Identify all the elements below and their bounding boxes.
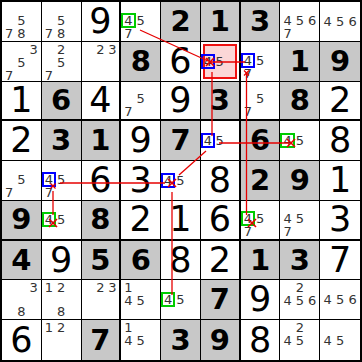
given-value: 7 — [210, 285, 230, 314]
pencil-marks: 45 — [43, 202, 80, 238]
candidate-5[interactable]: 5 — [15, 173, 27, 186]
solved-value: 2 — [329, 83, 351, 118]
candidate-6[interactable]: 6 — [306, 14, 318, 27]
candidate-2[interactable]: 2 — [94, 43, 106, 56]
candidate-7[interactable]: 7 — [122, 27, 134, 40]
cell-r3c1[interactable]: 1 — [2, 82, 42, 122]
cell-r8c3[interactable]: 23 — [82, 280, 122, 320]
candidate-5[interactable]: 5 — [55, 213, 67, 226]
candidate-4[interactable]: 4 — [122, 334, 134, 347]
candidate-6[interactable]: 6 — [346, 293, 359, 306]
candidate-3[interactable]: 3 — [28, 281, 40, 294]
cell-r4c8[interactable]: 45 — [280, 121, 320, 161]
solved-value: 3 — [130, 163, 152, 198]
given-value: 6 — [51, 86, 71, 115]
candidate-4[interactable]: 4 — [281, 334, 293, 347]
pencil-marks: 457 — [242, 202, 279, 238]
pencil-marks: 12 — [43, 321, 80, 359]
candidate-5[interactable]: 5 — [334, 293, 347, 306]
given-value: 9 — [330, 47, 350, 76]
solved-value: 6 — [209, 202, 231, 237]
candidate-7[interactable]: 7 — [3, 186, 15, 199]
candidate-2[interactable]: 2 — [55, 321, 67, 334]
candidate-4[interactable]: 4 — [43, 213, 55, 226]
cell-r2c5[interactable]: 6 — [161, 42, 201, 82]
candidate-7[interactable]: 7 — [242, 105, 254, 118]
cell-r8c5[interactable]: 45 — [161, 280, 201, 320]
given-value: 1 — [250, 246, 270, 275]
given-value: 8 — [290, 86, 310, 115]
cell-r3c4[interactable]: 57 — [121, 82, 161, 122]
cell-r7c2[interactable]: 9 — [42, 241, 82, 281]
candidate-2[interactable]: 2 — [55, 43, 67, 56]
cell-r5c8[interactable]: 9 — [280, 161, 320, 201]
cell-r7c7[interactable]: 1 — [241, 241, 281, 281]
candidate-6[interactable]: 6 — [306, 294, 318, 307]
solved-value: 8 — [169, 243, 191, 278]
candidate-7[interactable]: 7 — [43, 27, 55, 40]
solved-value: 6 — [89, 163, 111, 198]
cell-r5c3[interactable]: 6 — [82, 161, 122, 201]
cell-r5c7[interactable]: 2 — [241, 161, 281, 201]
cell-r3c2[interactable]: 6 — [42, 82, 82, 122]
candidate-8[interactable]: 8 — [15, 27, 27, 40]
candidate-4[interactable]: 4 — [242, 54, 254, 67]
solved-value: 9 — [130, 123, 152, 158]
cell-r9c2[interactable]: 12 — [42, 320, 82, 360]
candidate-5[interactable]: 5 — [55, 14, 67, 27]
cell-r2c2[interactable]: 257 — [42, 42, 82, 82]
cell-r5c1[interactable]: 57 — [2, 161, 42, 201]
candidate-4[interactable]: 4 — [202, 55, 214, 68]
pencil-marks: 357 — [3, 43, 40, 80]
cell-r9c5[interactable]: 3 — [161, 320, 201, 360]
given-value: 2 — [250, 166, 270, 195]
given-value: 3 — [290, 246, 310, 275]
given-value: 7 — [90, 326, 110, 355]
cell-r9c8[interactable]: 245 — [280, 320, 320, 360]
candidate-4[interactable]: 4 — [281, 294, 293, 307]
candidate-4[interactable]: 4 — [43, 173, 55, 186]
cell-r1c3[interactable]: 9 — [82, 2, 122, 42]
cell-r2c1[interactable]: 357 — [2, 42, 42, 82]
pencil-marks: 45 — [202, 122, 238, 159]
candidate-5[interactable]: 5 — [294, 212, 306, 225]
candidate-4[interactable]: 4 — [202, 134, 214, 147]
cell-r9c9[interactable]: 45 — [320, 320, 360, 360]
candidate-7[interactable]: 7 — [3, 69, 15, 82]
candidate-5[interactable]: 5 — [294, 334, 306, 347]
candidate-4[interactable]: 4 — [321, 293, 334, 306]
cell-r6c1[interactable]: 9 — [2, 201, 42, 241]
given-value: 9 — [210, 326, 230, 355]
candidate-5[interactable]: 5 — [135, 92, 147, 105]
solved-value: 9 — [50, 243, 72, 278]
candidate-4[interactable]: 4 — [162, 174, 174, 187]
cell-r4c6[interactable]: 45 — [201, 121, 241, 161]
solved-value: 2 — [10, 123, 32, 158]
candidate-4[interactable]: 4 — [321, 334, 334, 347]
solved-value: 2 — [130, 202, 152, 237]
pencil-marks: 57 — [3, 162, 40, 199]
cell-r6c9[interactable]: 3 — [320, 201, 360, 241]
solved-value: 8 — [329, 123, 351, 158]
cell-r2c7[interactable]: 457 — [241, 42, 281, 82]
solved-value: 9 — [169, 83, 191, 118]
cell-r7c4[interactable]: 6 — [121, 241, 161, 281]
cell-r7c6[interactable]: 2 — [201, 241, 241, 281]
pencil-marks: 145 — [122, 321, 159, 359]
candidate-8[interactable]: 8 — [55, 305, 67, 318]
pencil-marks: 23 — [83, 281, 119, 318]
pencil-marks: 457 — [43, 162, 80, 199]
given-value: 6 — [131, 246, 151, 275]
cell-r1c6[interactable]: 1 — [201, 2, 241, 42]
given-value: 3 — [210, 86, 230, 115]
cell-r8c2[interactable]: 128 — [42, 280, 82, 320]
candidate-5[interactable]: 5 — [214, 55, 226, 68]
cell-r2c9[interactable]: 9 — [320, 42, 360, 82]
cell-r7c3[interactable]: 5 — [82, 241, 122, 281]
cell-r2c8[interactable]: 1 — [280, 42, 320, 82]
pencil-marks: 578 — [43, 3, 80, 40]
pencil-marks: 45 — [321, 321, 359, 359]
solved-value: 1 — [10, 83, 32, 118]
candidate-5[interactable]: 5 — [254, 212, 266, 225]
candidate-5[interactable]: 5 — [294, 294, 306, 307]
given-value: 8 — [131, 47, 151, 76]
cell-r3c8[interactable]: 8 — [280, 82, 320, 122]
pencil-marks: 45 — [162, 162, 199, 199]
solved-value: 2 — [209, 243, 231, 278]
solved-value: 4 — [89, 83, 111, 118]
candidate-2[interactable]: 2 — [55, 281, 67, 294]
cell-r8c8[interactable]: 2456 — [280, 280, 320, 320]
given-value: 1 — [290, 47, 310, 76]
candidate-7[interactable]: 7 — [281, 225, 293, 238]
candidate-4[interactable]: 4 — [122, 14, 134, 27]
given-value: 4 — [11, 246, 31, 275]
cell-r4c4[interactable]: 9 — [121, 121, 161, 161]
pencil-marks: 45 — [162, 281, 199, 318]
candidate-5[interactable]: 5 — [254, 92, 266, 105]
solved-value: 6 — [10, 323, 32, 358]
given-value: 6 — [250, 126, 270, 155]
candidate-4[interactable]: 4 — [281, 212, 293, 225]
candidate-4[interactable]: 4 — [242, 212, 254, 225]
candidate-5[interactable]: 5 — [55, 173, 67, 186]
cell-r6c2[interactable]: 45 — [42, 201, 82, 241]
given-value: 1 — [90, 126, 110, 155]
cell-r1c4[interactable]: 457 — [121, 2, 161, 42]
cell-r9c3[interactable]: 7 — [82, 320, 122, 360]
solved-value: 1 — [169, 202, 191, 237]
candidate-1[interactable]: 1 — [43, 321, 55, 334]
pencil-marks: 57 — [122, 83, 159, 119]
pencil-marks: 4567 — [281, 3, 318, 40]
candidate-5[interactable]: 5 — [135, 334, 147, 347]
pencil-marks: 457 — [242, 43, 279, 80]
candidate-5[interactable]: 5 — [174, 293, 186, 306]
cell-r6c6[interactable]: 6 — [201, 201, 241, 241]
cell-r5c9[interactable]: 1 — [320, 161, 360, 201]
candidate-5[interactable]: 5 — [214, 134, 226, 147]
solved-value: 7 — [329, 243, 351, 278]
candidate-4[interactable]: 4 — [281, 134, 293, 147]
cell-r8c9[interactable]: 456 — [320, 280, 360, 320]
candidate-5[interactable]: 5 — [135, 14, 147, 27]
pencil-marks: 23 — [83, 43, 119, 80]
given-value: 1 — [210, 7, 230, 36]
solved-value: 8 — [209, 163, 231, 198]
pencil-marks: 456 — [321, 3, 359, 40]
cell-r4c5[interactable]: 7 — [161, 121, 201, 161]
cell-r6c7[interactable]: 457 — [241, 201, 281, 241]
cell-r5c5[interactable]: 45 — [161, 161, 201, 201]
cell-r3c3[interactable]: 4 — [82, 82, 122, 122]
cell-r6c3[interactable]: 8 — [82, 201, 122, 241]
cell-r6c8[interactable]: 457 — [280, 201, 320, 241]
candidate-3[interactable]: 3 — [28, 43, 40, 56]
cell-r2c6[interactable]: 45 — [201, 42, 241, 82]
candidate-5[interactable]: 5 — [174, 174, 186, 187]
pencil-marks: 38 — [3, 281, 40, 318]
candidate-5[interactable]: 5 — [15, 56, 27, 69]
candidate-2[interactable]: 2 — [94, 281, 106, 294]
candidate-7[interactable]: 7 — [43, 69, 55, 82]
pencil-marks: 2456 — [281, 281, 318, 318]
candidate-5[interactable]: 5 — [15, 14, 27, 27]
candidate-4[interactable]: 4 — [321, 15, 334, 28]
cell-r1c5[interactable]: 2 — [161, 2, 201, 42]
candidate-7[interactable]: 7 — [43, 186, 55, 199]
candidate-4[interactable]: 4 — [122, 294, 134, 307]
cell-r6c4[interactable]: 2 — [121, 201, 161, 241]
cell-r7c8[interactable]: 3 — [280, 241, 320, 281]
cell-r1c1[interactable]: 578 — [2, 2, 42, 42]
pencil-marks: 456 — [321, 281, 359, 318]
cell-r8c1[interactable]: 38 — [2, 280, 42, 320]
cell-r4c9[interactable]: 8 — [320, 121, 360, 161]
cell-r7c5[interactable]: 8 — [161, 241, 201, 281]
sudoku-board: 5785789457213456745635725723864545719164… — [0, 0, 362, 362]
pencil-marks: 257 — [43, 43, 80, 80]
cell-r5c4[interactable]: 3 — [121, 161, 161, 201]
cell-r3c9[interactable]: 2 — [320, 82, 360, 122]
pencil-marks: 45 — [202, 43, 238, 80]
given-value: 3 — [250, 7, 270, 36]
cell-r9c7[interactable]: 8 — [241, 320, 281, 360]
solved-value: 9 — [249, 282, 271, 317]
candidate-7[interactable]: 7 — [281, 27, 293, 40]
cell-r4c1[interactable]: 2 — [2, 121, 42, 161]
pencil-marks: 57 — [242, 83, 279, 119]
candidate-7[interactable]: 7 — [242, 67, 254, 80]
solved-value: 9 — [89, 4, 111, 39]
solved-value: 8 — [249, 323, 271, 358]
pencil-marks: 578 — [3, 3, 40, 40]
candidate-4[interactable]: 4 — [162, 293, 174, 306]
pencil-marks: 128 — [43, 281, 80, 318]
cell-r8c4[interactable]: 145 — [121, 280, 161, 320]
candidate-5[interactable]: 5 — [55, 56, 67, 69]
cell-r9c1[interactable]: 6 — [2, 320, 42, 360]
candidate-6[interactable]: 6 — [346, 15, 359, 28]
given-value: 9 — [290, 166, 310, 195]
cell-r1c8[interactable]: 4567 — [280, 2, 320, 42]
candidate-5[interactable]: 5 — [294, 14, 306, 27]
cell-r3c7[interactable]: 57 — [241, 82, 281, 122]
given-value: 5 — [90, 246, 110, 275]
candidate-7[interactable]: 7 — [242, 225, 254, 238]
pencil-marks: 145 — [122, 281, 159, 318]
cell-r9c4[interactable]: 145 — [121, 320, 161, 360]
cell-r8c7[interactable]: 9 — [241, 280, 281, 320]
cell-r9c6[interactable]: 9 — [201, 320, 241, 360]
given-value: 9 — [11, 205, 31, 234]
cell-r5c2[interactable]: 457 — [42, 161, 82, 201]
cell-r1c7[interactable]: 3 — [241, 2, 281, 42]
pencil-marks: 457 — [281, 202, 318, 238]
cell-r2c3[interactable]: 23 — [82, 42, 122, 82]
candidate-4[interactable]: 4 — [281, 14, 293, 27]
candidate-5[interactable]: 5 — [254, 54, 266, 67]
candidate-7[interactable]: 7 — [3, 27, 15, 40]
cell-r8c6[interactable]: 7 — [201, 280, 241, 320]
cell-r1c9[interactable]: 456 — [320, 2, 360, 42]
candidate-3[interactable]: 3 — [106, 43, 118, 56]
given-value: 3 — [170, 326, 190, 355]
candidate-1[interactable]: 1 — [43, 281, 55, 294]
cell-r4c3[interactable]: 1 — [82, 121, 122, 161]
cell-r7c1[interactable]: 4 — [2, 241, 42, 281]
solved-value: 1 — [329, 163, 351, 198]
pencil-marks: 45 — [281, 122, 318, 159]
given-value: 7 — [170, 126, 190, 155]
candidate-5[interactable]: 5 — [334, 334, 347, 347]
given-value: 3 — [51, 126, 71, 155]
candidate-8[interactable]: 8 — [55, 27, 67, 40]
cell-r1c2[interactable]: 578 — [42, 2, 82, 42]
cell-r4c7[interactable]: 6 — [241, 121, 281, 161]
candidate-5[interactable]: 5 — [294, 134, 306, 147]
candidate-7[interactable]: 7 — [122, 105, 134, 118]
cell-r4c2[interactable]: 3 — [42, 121, 82, 161]
given-value: 8 — [90, 205, 110, 234]
cell-r2c4[interactable]: 8 — [121, 42, 161, 82]
cell-r3c5[interactable]: 9 — [161, 82, 201, 122]
pencil-marks: 457 — [122, 3, 159, 40]
candidate-3[interactable]: 3 — [106, 281, 118, 294]
candidate-5[interactable]: 5 — [135, 294, 147, 307]
cell-r7c9[interactable]: 7 — [320, 241, 360, 281]
solved-value: 6 — [169, 44, 191, 79]
cell-r3c6[interactable]: 3 — [201, 82, 241, 122]
candidate-8[interactable]: 8 — [15, 305, 27, 318]
given-value: 2 — [170, 7, 190, 36]
solved-value: 3 — [329, 202, 351, 237]
cell-r6c5[interactable]: 1 — [161, 201, 201, 241]
pencil-marks: 245 — [281, 321, 318, 359]
cell-r5c6[interactable]: 8 — [201, 161, 241, 201]
candidate-5[interactable]: 5 — [334, 15, 347, 28]
